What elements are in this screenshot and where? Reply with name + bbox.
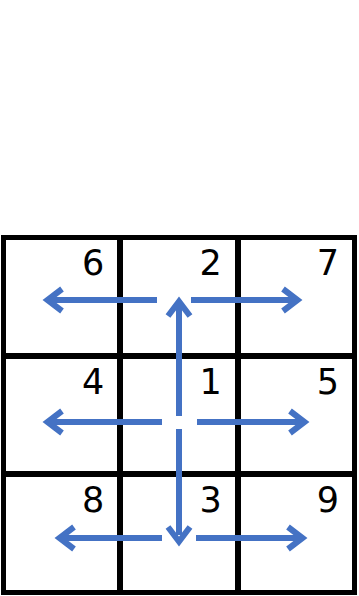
cell-r1c1: 6 (6, 240, 117, 353)
cell-value-r1c2: 2 (199, 244, 221, 283)
cell-value-r1c1: 6 (82, 244, 104, 283)
cell-value-r2c1: 4 (82, 363, 104, 402)
cell-value-r2c3: 5 (317, 363, 339, 402)
cell-r2c2: 1 (123, 359, 234, 472)
cell-r1c2: 2 (123, 240, 234, 353)
cell-r2c1: 4 (6, 359, 117, 472)
diagram-canvas: 6 2 7 4 1 5 8 3 9 (0, 0, 359, 596)
cell-value-r2c2: 1 (199, 363, 221, 402)
cell-r3c3: 9 (241, 477, 352, 590)
cell-r3c2: 3 (123, 477, 234, 590)
cell-value-r3c3: 9 (317, 481, 339, 520)
puzzle-board: 6 2 7 4 1 5 8 3 9 (1, 235, 357, 595)
cell-r1c3: 7 (241, 240, 352, 353)
cell-r3c1: 8 (6, 477, 117, 590)
cell-value-r3c2: 3 (199, 481, 221, 520)
cell-r2c3: 5 (241, 359, 352, 472)
cell-value-r1c3: 7 (317, 244, 339, 283)
cell-value-r3c1: 8 (82, 481, 104, 520)
